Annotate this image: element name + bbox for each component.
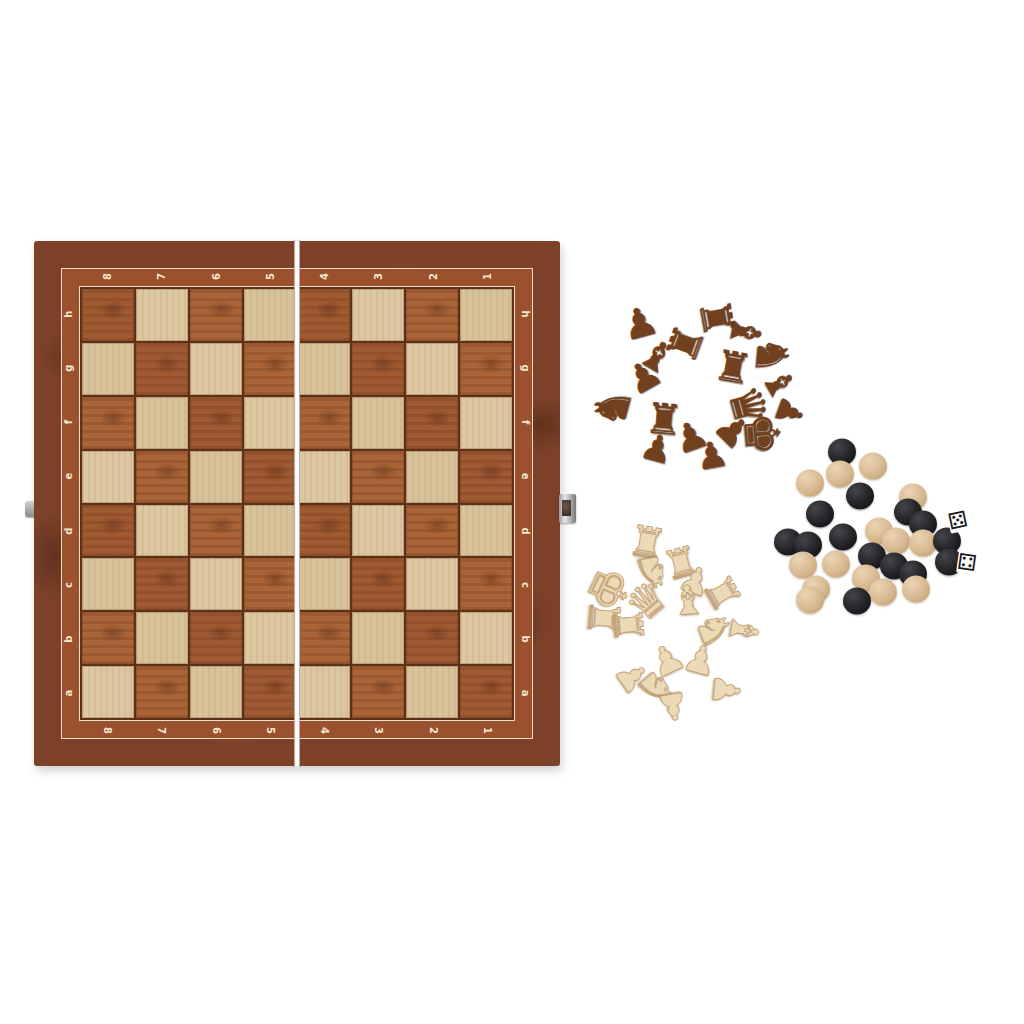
checker-natural bbox=[789, 552, 817, 579]
coord-label-c: c bbox=[497, 576, 551, 593]
coord-label-h: h bbox=[497, 306, 551, 323]
coord-label-6: 6 bbox=[207, 249, 224, 303]
die-5: ⚄ bbox=[946, 508, 969, 533]
square-d4 bbox=[298, 505, 350, 557]
coord-label-3: 3 bbox=[370, 249, 387, 303]
coord-label-a: a bbox=[42, 684, 96, 701]
light-piece-rook: ♜ bbox=[607, 605, 650, 644]
checker-natural bbox=[796, 587, 824, 614]
file-labels-right: hgfedcba bbox=[516, 287, 533, 720]
light-piece-bishop: ♝ bbox=[722, 610, 765, 650]
square-c2 bbox=[406, 558, 458, 610]
metal-hinge-knob bbox=[25, 501, 34, 517]
coord-label-f: f bbox=[42, 414, 96, 431]
coord-label-5: 5 bbox=[261, 249, 278, 303]
square-e4 bbox=[298, 451, 350, 503]
square-f4 bbox=[298, 397, 350, 449]
light-piece-pawn: ♟ bbox=[654, 685, 692, 726]
checker-natural bbox=[826, 461, 854, 488]
coord-label-d: d bbox=[42, 522, 96, 539]
square-f3 bbox=[352, 397, 404, 449]
square-b7 bbox=[136, 612, 188, 664]
square-e2 bbox=[406, 451, 458, 503]
file-labels-left: hgfedcba bbox=[61, 287, 78, 720]
board-fold-hinge-gap bbox=[294, 240, 300, 767]
square-d3 bbox=[352, 505, 404, 557]
square-c5 bbox=[244, 558, 296, 610]
square-b4 bbox=[298, 612, 350, 664]
coord-label-4: 4 bbox=[316, 249, 333, 303]
coord-label-g: g bbox=[497, 360, 551, 377]
coord-label-d: d bbox=[497, 522, 551, 539]
coord-label-1: 1 bbox=[478, 703, 495, 757]
square-c3 bbox=[352, 558, 404, 610]
metal-clasp bbox=[559, 494, 576, 523]
coord-label-e: e bbox=[497, 468, 551, 485]
square-g5 bbox=[244, 343, 296, 395]
square-b6 bbox=[190, 612, 242, 664]
square-g2 bbox=[406, 343, 458, 395]
square-c4 bbox=[298, 558, 350, 610]
square-d6 bbox=[190, 505, 242, 557]
square-f5 bbox=[244, 397, 296, 449]
square-f7 bbox=[136, 397, 188, 449]
light-piece-pawn: ♟ bbox=[707, 672, 746, 707]
square-g7 bbox=[136, 343, 188, 395]
coord-label-b: b bbox=[497, 630, 551, 647]
chess-board: 87654321 87654321 hgfedcba hgfedcba bbox=[34, 241, 560, 766]
checker-natural bbox=[902, 576, 930, 603]
square-g3 bbox=[352, 343, 404, 395]
square-d7 bbox=[136, 505, 188, 557]
square-b2 bbox=[406, 612, 458, 664]
coord-label-5: 5 bbox=[261, 703, 278, 757]
coord-label-8: 8 bbox=[99, 249, 116, 303]
square-f2 bbox=[406, 397, 458, 449]
square-e6 bbox=[190, 451, 242, 503]
coord-label-1: 1 bbox=[478, 249, 495, 303]
coord-label-4: 4 bbox=[316, 703, 333, 757]
coord-label-8: 8 bbox=[99, 703, 116, 757]
coord-label-2: 2 bbox=[424, 249, 441, 303]
square-d5 bbox=[244, 505, 296, 557]
coord-label-7: 7 bbox=[153, 703, 170, 757]
square-d2 bbox=[406, 505, 458, 557]
checker-black bbox=[829, 524, 857, 551]
coord-label-f: f bbox=[497, 414, 551, 431]
coord-label-b: b bbox=[42, 630, 96, 647]
square-g4 bbox=[298, 343, 350, 395]
checker-natural bbox=[796, 470, 824, 497]
square-e7 bbox=[136, 451, 188, 503]
coord-label-c: c bbox=[42, 576, 96, 593]
square-b3 bbox=[352, 612, 404, 664]
square-e3 bbox=[352, 451, 404, 503]
checker-black bbox=[846, 483, 874, 510]
coord-label-h: h bbox=[42, 306, 96, 323]
coord-label-g: g bbox=[42, 360, 96, 377]
coord-label-a: a bbox=[497, 684, 551, 701]
dark-piece-king: ♚ bbox=[736, 410, 788, 457]
square-c7 bbox=[136, 558, 188, 610]
square-e5 bbox=[244, 451, 296, 503]
checker-natural bbox=[869, 579, 897, 606]
product-photo-folding-chess-set: 87654321 87654321 hgfedcba hgfedcba ♟♜♝♞… bbox=[0, 0, 1024, 1024]
coord-label-e: e bbox=[42, 468, 96, 485]
square-f6 bbox=[190, 397, 242, 449]
square-b5 bbox=[244, 612, 296, 664]
coord-label-7: 7 bbox=[153, 249, 170, 303]
die-4: ⚃ bbox=[956, 551, 978, 575]
coord-label-6: 6 bbox=[207, 703, 224, 757]
coord-label-3: 3 bbox=[370, 703, 387, 757]
checker-natural bbox=[822, 551, 850, 578]
checker-black bbox=[843, 588, 871, 615]
checker-black bbox=[806, 501, 834, 528]
checker-natural bbox=[859, 453, 887, 480]
checker-natural bbox=[882, 528, 910, 555]
square-c6 bbox=[190, 558, 242, 610]
dark-piece-pawn: ♟ bbox=[693, 435, 731, 476]
square-g6 bbox=[190, 343, 242, 395]
coord-label-2: 2 bbox=[424, 703, 441, 757]
